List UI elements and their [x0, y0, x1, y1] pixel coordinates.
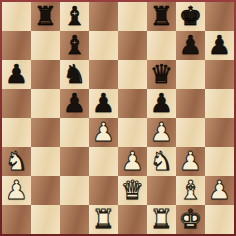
square-d7[interactable] [89, 31, 118, 60]
square-a6[interactable]: ♟ [2, 60, 31, 89]
square-g3[interactable]: ♟ [176, 147, 205, 176]
square-g5[interactable] [176, 89, 205, 118]
piece-white-pawn[interactable]: ♟ [208, 177, 231, 203]
square-e2[interactable]: ♛ [118, 176, 147, 205]
piece-white-rook[interactable]: ♜ [150, 206, 173, 232]
square-g4[interactable] [176, 118, 205, 147]
piece-black-rook[interactable]: ♜ [34, 3, 57, 29]
square-f8[interactable]: ♜ [147, 2, 176, 31]
square-c3[interactable] [60, 147, 89, 176]
square-f6[interactable]: ♛ [147, 60, 176, 89]
piece-white-pawn[interactable]: ♟ [5, 177, 28, 203]
square-d6[interactable] [89, 60, 118, 89]
square-c8[interactable]: ♝ [60, 2, 89, 31]
square-b1[interactable] [31, 205, 60, 234]
square-b2[interactable] [31, 176, 60, 205]
square-g2[interactable]: ♝ [176, 176, 205, 205]
piece-black-pawn[interactable]: ♟ [208, 32, 231, 58]
square-b4[interactable] [31, 118, 60, 147]
piece-black-pawn[interactable]: ♟ [63, 90, 86, 116]
square-b6[interactable] [31, 60, 60, 89]
square-c4[interactable] [60, 118, 89, 147]
piece-white-pawn[interactable]: ♟ [179, 148, 202, 174]
piece-white-king[interactable]: ♚ [179, 206, 202, 232]
piece-black-pawn[interactable]: ♟ [179, 32, 202, 58]
square-f5[interactable]: ♟ [147, 89, 176, 118]
piece-black-pawn[interactable]: ♟ [150, 90, 173, 116]
square-b3[interactable] [31, 147, 60, 176]
square-a4[interactable] [2, 118, 31, 147]
square-c6[interactable]: ♞ [60, 60, 89, 89]
square-e6[interactable] [118, 60, 147, 89]
piece-white-queen[interactable]: ♛ [121, 177, 144, 203]
square-a8[interactable] [2, 2, 31, 31]
square-g8[interactable]: ♚ [176, 2, 205, 31]
piece-white-pawn[interactable]: ♟ [150, 119, 173, 145]
square-h1[interactable] [205, 205, 234, 234]
square-c1[interactable] [60, 205, 89, 234]
piece-black-bishop[interactable]: ♝ [63, 3, 86, 29]
piece-white-pawn[interactable]: ♟ [121, 148, 144, 174]
piece-white-pawn[interactable]: ♟ [92, 119, 115, 145]
square-e3[interactable]: ♟ [118, 147, 147, 176]
piece-black-queen[interactable]: ♛ [150, 61, 173, 87]
square-h4[interactable] [205, 118, 234, 147]
piece-black-king[interactable]: ♚ [179, 3, 202, 29]
square-f1[interactable]: ♜ [147, 205, 176, 234]
square-a5[interactable] [2, 89, 31, 118]
square-d2[interactable] [89, 176, 118, 205]
square-a1[interactable] [2, 205, 31, 234]
square-h6[interactable] [205, 60, 234, 89]
square-e8[interactable] [118, 2, 147, 31]
square-h5[interactable] [205, 89, 234, 118]
square-c7[interactable]: ♝ [60, 31, 89, 60]
square-b5[interactable] [31, 89, 60, 118]
piece-black-pawn[interactable]: ♟ [92, 90, 115, 116]
piece-black-knight[interactable]: ♞ [63, 61, 86, 87]
square-g6[interactable] [176, 60, 205, 89]
square-f2[interactable] [147, 176, 176, 205]
piece-white-knight[interactable]: ♞ [5, 148, 28, 174]
square-e4[interactable] [118, 118, 147, 147]
square-h8[interactable] [205, 2, 234, 31]
chess-board: ♜♝♜♚♝♟♟♟♞♛♟♟♟♟♟♞♟♞♟♟♛♝♟♜♜♚ [2, 2, 234, 234]
square-c2[interactable] [60, 176, 89, 205]
square-d8[interactable] [89, 2, 118, 31]
piece-black-bishop[interactable]: ♝ [63, 32, 86, 58]
square-h3[interactable] [205, 147, 234, 176]
square-d4[interactable]: ♟ [89, 118, 118, 147]
piece-black-pawn[interactable]: ♟ [5, 61, 28, 87]
square-a3[interactable]: ♞ [2, 147, 31, 176]
square-g1[interactable]: ♚ [176, 205, 205, 234]
square-g7[interactable]: ♟ [176, 31, 205, 60]
square-f3[interactable]: ♞ [147, 147, 176, 176]
square-f7[interactable] [147, 31, 176, 60]
square-d1[interactable]: ♜ [89, 205, 118, 234]
piece-white-rook[interactable]: ♜ [92, 206, 115, 232]
square-a2[interactable]: ♟ [2, 176, 31, 205]
board-frame: ♜♝♜♚♝♟♟♟♞♛♟♟♟♟♟♞♟♞♟♟♛♝♟♜♜♚ [0, 0, 236, 236]
square-e7[interactable] [118, 31, 147, 60]
piece-white-knight[interactable]: ♞ [150, 148, 173, 174]
piece-white-bishop[interactable]: ♝ [179, 177, 202, 203]
square-f4[interactable]: ♟ [147, 118, 176, 147]
square-b8[interactable]: ♜ [31, 2, 60, 31]
square-b7[interactable] [31, 31, 60, 60]
square-h7[interactable]: ♟ [205, 31, 234, 60]
square-h2[interactable]: ♟ [205, 176, 234, 205]
square-e5[interactable] [118, 89, 147, 118]
square-c5[interactable]: ♟ [60, 89, 89, 118]
square-e1[interactable] [118, 205, 147, 234]
square-a7[interactable] [2, 31, 31, 60]
square-d3[interactable] [89, 147, 118, 176]
square-d5[interactable]: ♟ [89, 89, 118, 118]
piece-black-rook[interactable]: ♜ [150, 3, 173, 29]
